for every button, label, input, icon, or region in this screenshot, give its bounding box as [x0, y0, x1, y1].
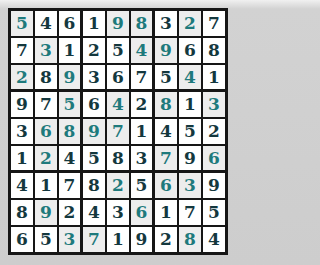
cell-r7c2[interactable]: 1 — [35, 173, 59, 200]
cell-r3c7[interactable]: 5 — [155, 65, 179, 92]
cell-r8c5[interactable]: 3 — [107, 200, 131, 227]
cell-r3c4[interactable]: 3 — [83, 65, 107, 92]
cell-r6c6[interactable]: 3 — [131, 146, 155, 173]
cell-r5c5[interactable]: 7 — [107, 119, 131, 146]
sudoku-board: 5461983277312549682893675419756428133689… — [8, 8, 228, 255]
cell-r4c2[interactable]: 7 — [35, 92, 59, 119]
cell-r7c3[interactable]: 7 — [59, 173, 83, 200]
cell-r9c2[interactable]: 5 — [35, 227, 59, 252]
cell-r2c8[interactable]: 6 — [179, 38, 203, 65]
cell-r4c7[interactable]: 8 — [155, 92, 179, 119]
cell-r5c7[interactable]: 4 — [155, 119, 179, 146]
cell-r3c6[interactable]: 7 — [131, 65, 155, 92]
cell-r6c2[interactable]: 2 — [35, 146, 59, 173]
cell-r6c1[interactable]: 1 — [11, 146, 35, 173]
cell-r1c6[interactable]: 8 — [131, 11, 155, 38]
cell-r6c4[interactable]: 5 — [83, 146, 107, 173]
cell-r9c9[interactable]: 4 — [203, 227, 225, 252]
cell-r6c9[interactable]: 6 — [203, 146, 225, 173]
cell-r4c8[interactable]: 1 — [179, 92, 203, 119]
cell-r5c4[interactable]: 9 — [83, 119, 107, 146]
cell-r8c6[interactable]: 6 — [131, 200, 155, 227]
cell-r8c4[interactable]: 4 — [83, 200, 107, 227]
cell-r9c1[interactable]: 6 — [11, 227, 35, 252]
cell-r2c5[interactable]: 5 — [107, 38, 131, 65]
cell-r9c3[interactable]: 3 — [59, 227, 83, 252]
cell-r7c4[interactable]: 8 — [83, 173, 107, 200]
cell-r4c6[interactable]: 2 — [131, 92, 155, 119]
cell-r6c5[interactable]: 8 — [107, 146, 131, 173]
cell-r8c7[interactable]: 1 — [155, 200, 179, 227]
cell-r8c3[interactable]: 2 — [59, 200, 83, 227]
cell-r1c2[interactable]: 4 — [35, 11, 59, 38]
cell-r2c9[interactable]: 8 — [203, 38, 225, 65]
cell-r9c4[interactable]: 7 — [83, 227, 107, 252]
cell-r5c6[interactable]: 1 — [131, 119, 155, 146]
cell-r5c8[interactable]: 5 — [179, 119, 203, 146]
cell-r3c1[interactable]: 2 — [11, 65, 35, 92]
cell-r1c4[interactable]: 1 — [83, 11, 107, 38]
cell-r4c9[interactable]: 3 — [203, 92, 225, 119]
cell-r7c9[interactable]: 9 — [203, 173, 225, 200]
cell-r8c2[interactable]: 9 — [35, 200, 59, 227]
cell-r6c7[interactable]: 7 — [155, 146, 179, 173]
cell-r7c5[interactable]: 2 — [107, 173, 131, 200]
cell-r4c1[interactable]: 9 — [11, 92, 35, 119]
cell-r1c1[interactable]: 5 — [11, 11, 35, 38]
cell-r7c6[interactable]: 5 — [131, 173, 155, 200]
cell-r2c1[interactable]: 7 — [11, 38, 35, 65]
cell-r2c2[interactable]: 3 — [35, 38, 59, 65]
cell-r3c8[interactable]: 4 — [179, 65, 203, 92]
cell-r3c3[interactable]: 9 — [59, 65, 83, 92]
cell-r7c7[interactable]: 6 — [155, 173, 179, 200]
cell-r2c3[interactable]: 1 — [59, 38, 83, 65]
cell-r4c5[interactable]: 4 — [107, 92, 131, 119]
cell-r7c8[interactable]: 3 — [179, 173, 203, 200]
cell-r3c2[interactable]: 8 — [35, 65, 59, 92]
cell-r4c3[interactable]: 5 — [59, 92, 83, 119]
cell-r1c9[interactable]: 7 — [203, 11, 225, 38]
cell-r9c7[interactable]: 2 — [155, 227, 179, 252]
cell-r6c8[interactable]: 9 — [179, 146, 203, 173]
cell-r8c8[interactable]: 7 — [179, 200, 203, 227]
cell-r2c6[interactable]: 4 — [131, 38, 155, 65]
cell-r1c8[interactable]: 2 — [179, 11, 203, 38]
cell-r5c9[interactable]: 2 — [203, 119, 225, 146]
cell-r2c4[interactable]: 2 — [83, 38, 107, 65]
cell-r9c5[interactable]: 1 — [107, 227, 131, 252]
cell-r6c3[interactable]: 4 — [59, 146, 83, 173]
cell-r5c3[interactable]: 8 — [59, 119, 83, 146]
cell-r5c2[interactable]: 6 — [35, 119, 59, 146]
cell-r4c4[interactable]: 6 — [83, 92, 107, 119]
cell-r9c6[interactable]: 9 — [131, 227, 155, 252]
cell-r8c9[interactable]: 5 — [203, 200, 225, 227]
cell-r1c7[interactable]: 3 — [155, 11, 179, 38]
cell-r7c1[interactable]: 4 — [11, 173, 35, 200]
cell-r1c5[interactable]: 9 — [107, 11, 131, 38]
cell-r5c1[interactable]: 3 — [11, 119, 35, 146]
cell-r3c9[interactable]: 1 — [203, 65, 225, 92]
cell-r1c3[interactable]: 6 — [59, 11, 83, 38]
cell-r2c7[interactable]: 9 — [155, 38, 179, 65]
cell-r8c1[interactable]: 8 — [11, 200, 35, 227]
cell-r3c5[interactable]: 6 — [107, 65, 131, 92]
cell-r9c8[interactable]: 8 — [179, 227, 203, 252]
